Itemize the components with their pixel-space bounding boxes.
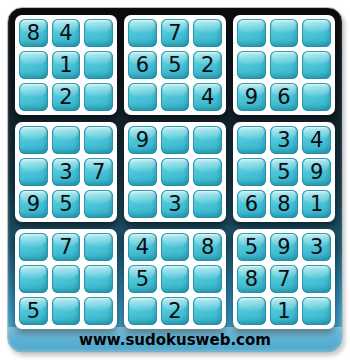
cell-r8c5[interactable] [161, 265, 190, 293]
cell-r4c4[interactable]: 9 [128, 126, 157, 154]
box-5: 93 [124, 122, 226, 222]
cell-r6c5[interactable]: 3 [161, 190, 190, 218]
cell-r1c1[interactable]: 8 [19, 19, 48, 47]
cell-r6c9[interactable]: 1 [302, 190, 331, 218]
cell-r3c3[interactable] [84, 83, 113, 111]
cell-r3c2[interactable]: 2 [52, 83, 81, 111]
box-6: 3459681 [233, 122, 335, 222]
cell-r1c8[interactable] [270, 19, 299, 47]
cell-r4c9[interactable]: 4 [302, 126, 331, 154]
cell-r3c6[interactable]: 4 [193, 83, 222, 111]
given-digit: 8 [27, 23, 40, 44]
cell-r3c7[interactable]: 9 [237, 83, 266, 111]
cell-r6c4[interactable] [128, 190, 157, 218]
cell-r7c5[interactable] [161, 233, 190, 261]
given-digit: 9 [27, 194, 40, 215]
given-digit: 1 [277, 301, 290, 322]
given-digit: 1 [310, 194, 323, 215]
cell-r5c3[interactable]: 7 [84, 158, 113, 186]
given-digit: 2 [59, 87, 72, 108]
given-digit: 8 [245, 269, 258, 290]
cell-r2c7[interactable] [237, 51, 266, 79]
cell-r9c3[interactable] [84, 297, 113, 325]
sudoku-board-frame: 841276524963795933459681754852593871 www… [7, 7, 343, 353]
box-9: 593871 [233, 229, 335, 329]
given-digit: 3 [59, 162, 72, 183]
cell-r8c1[interactable] [19, 265, 48, 293]
given-digit: 3 [168, 194, 181, 215]
given-digit: 9 [245, 87, 258, 108]
cell-r1c2[interactable]: 4 [52, 19, 81, 47]
cell-r1c3[interactable] [84, 19, 113, 47]
cell-r6c8[interactable]: 8 [270, 190, 299, 218]
cell-r2c4[interactable]: 6 [128, 51, 157, 79]
cell-r2c1[interactable] [19, 51, 48, 79]
cell-r1c7[interactable] [237, 19, 266, 47]
cell-r9c2[interactable] [52, 297, 81, 325]
cell-r6c2[interactable]: 5 [52, 190, 81, 218]
cell-r1c4[interactable] [128, 19, 157, 47]
cell-r3c8[interactable]: 6 [270, 83, 299, 111]
cell-r6c7[interactable]: 6 [237, 190, 266, 218]
cell-r8c7[interactable]: 8 [237, 265, 266, 293]
box-3: 96 [233, 15, 335, 115]
cell-r7c7[interactable]: 5 [237, 233, 266, 261]
box-8: 4852 [124, 229, 226, 329]
cell-r4c6[interactable] [193, 126, 222, 154]
given-digit: 7 [59, 237, 72, 258]
cell-r4c7[interactable] [237, 126, 266, 154]
cell-r5c8[interactable]: 5 [270, 158, 299, 186]
website-url: www.sudokusweb.com [8, 327, 342, 352]
given-digit: 6 [245, 194, 258, 215]
given-digit: 3 [277, 130, 290, 151]
cell-r9c8[interactable]: 1 [270, 297, 299, 325]
given-digit: 5 [136, 269, 149, 290]
given-digit: 8 [277, 194, 290, 215]
box-2: 76524 [124, 15, 226, 115]
given-digit: 4 [136, 237, 149, 258]
given-digit: 7 [168, 23, 181, 44]
cell-r6c6[interactable] [193, 190, 222, 218]
cell-r4c3[interactable] [84, 126, 113, 154]
cell-r3c9[interactable] [302, 83, 331, 111]
given-digit: 6 [277, 87, 290, 108]
given-digit: 7 [277, 269, 290, 290]
cell-r4c8[interactable]: 3 [270, 126, 299, 154]
given-digit: 8 [201, 237, 214, 258]
cell-r8c8[interactable]: 7 [270, 265, 299, 293]
cell-r2c3[interactable] [84, 51, 113, 79]
cell-r7c3[interactable] [84, 233, 113, 261]
cell-r2c6[interactable]: 2 [193, 51, 222, 79]
given-digit: 4 [310, 130, 323, 151]
cell-r1c5[interactable]: 7 [161, 19, 190, 47]
cell-r3c1[interactable] [19, 83, 48, 111]
cell-r7c1[interactable] [19, 233, 48, 261]
cell-r9c4[interactable] [128, 297, 157, 325]
cell-r5c2[interactable]: 3 [52, 158, 81, 186]
given-digit: 4 [201, 87, 214, 108]
cell-r6c1[interactable]: 9 [19, 190, 48, 218]
cell-r4c2[interactable] [52, 126, 81, 154]
cell-r5c6[interactable] [193, 158, 222, 186]
cell-r4c5[interactable] [161, 126, 190, 154]
cell-r7c4[interactable]: 4 [128, 233, 157, 261]
cell-r5c1[interactable] [19, 158, 48, 186]
cell-r2c9[interactable] [302, 51, 331, 79]
given-digit: 9 [277, 237, 290, 258]
given-digit: 5 [245, 237, 258, 258]
cell-r8c4[interactable]: 5 [128, 265, 157, 293]
given-digit: 7 [92, 162, 105, 183]
cell-r9c7[interactable] [237, 297, 266, 325]
given-digit: 2 [168, 301, 181, 322]
cell-r1c9[interactable] [302, 19, 331, 47]
cell-r7c8[interactable]: 9 [270, 233, 299, 261]
cell-r7c9[interactable]: 3 [302, 233, 331, 261]
cell-r5c5[interactable] [161, 158, 190, 186]
cell-r8c6[interactable] [193, 265, 222, 293]
given-digit: 5 [27, 301, 40, 322]
cell-r2c2[interactable]: 1 [52, 51, 81, 79]
cell-r2c8[interactable] [270, 51, 299, 79]
given-digit: 5 [277, 162, 290, 183]
cell-r3c4[interactable] [128, 83, 157, 111]
cell-r2c5[interactable]: 5 [161, 51, 190, 79]
box-4: 3795 [15, 122, 117, 222]
cell-r9c1[interactable]: 5 [19, 297, 48, 325]
cell-r8c3[interactable] [84, 265, 113, 293]
given-digit: 1 [59, 55, 72, 76]
cell-r6c3[interactable] [84, 190, 113, 218]
cell-r8c9[interactable] [302, 265, 331, 293]
given-digit: 5 [168, 55, 181, 76]
cell-r7c6[interactable]: 8 [193, 233, 222, 261]
cell-r5c9[interactable]: 9 [302, 158, 331, 186]
given-digit: 4 [59, 23, 72, 44]
box-1: 8412 [15, 15, 117, 115]
given-digit: 9 [310, 162, 323, 183]
given-digit: 3 [310, 237, 323, 258]
given-digit: 9 [136, 130, 149, 151]
sudoku-grid: 841276524963795933459681754852593871 [8, 8, 342, 329]
cell-r1c6[interactable] [193, 19, 222, 47]
cell-r9c6[interactable] [193, 297, 222, 325]
cell-r8c2[interactable] [52, 265, 81, 293]
cell-r7c2[interactable]: 7 [52, 233, 81, 261]
given-digit: 6 [136, 55, 149, 76]
cell-r9c9[interactable] [302, 297, 331, 325]
given-digit: 5 [59, 194, 72, 215]
cell-r4c1[interactable] [19, 126, 48, 154]
box-7: 75 [15, 229, 117, 329]
cell-r5c7[interactable] [237, 158, 266, 186]
cell-r3c5[interactable] [161, 83, 190, 111]
cell-r5c4[interactable] [128, 158, 157, 186]
given-digit: 2 [201, 55, 214, 76]
cell-r9c5[interactable]: 2 [161, 297, 190, 325]
